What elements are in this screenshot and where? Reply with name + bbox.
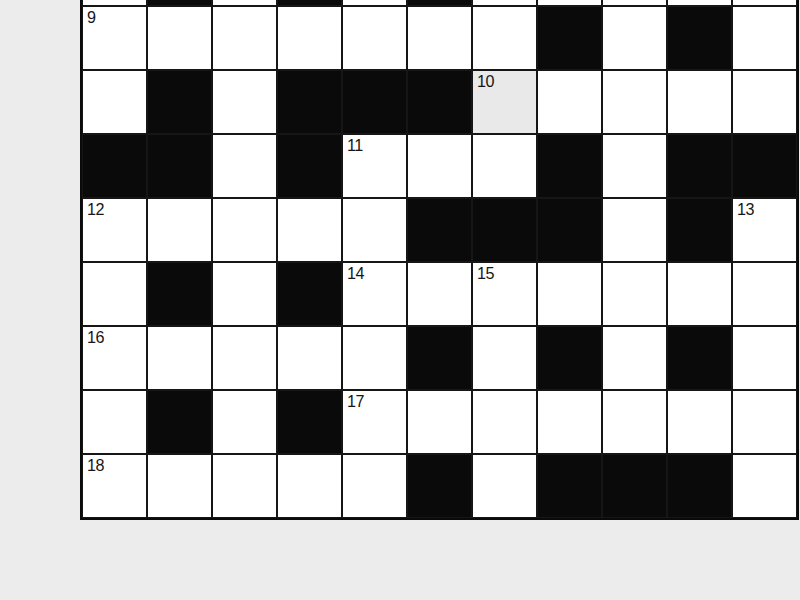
- cell-r6c3[interactable]: [277, 326, 342, 390]
- black-cell-r7c1: [147, 390, 212, 454]
- cell-r5c5[interactable]: [407, 262, 472, 326]
- cell-r8c2[interactable]: [212, 454, 277, 518]
- black-cell-r5c1: [147, 262, 212, 326]
- black-cell-r7c3: [277, 390, 342, 454]
- page-background: 9101112131415161718: [0, 0, 800, 600]
- black-cell-r8c7: [537, 454, 602, 518]
- cell-r3c5[interactable]: [407, 134, 472, 198]
- cell-r7c7[interactable]: [537, 390, 602, 454]
- black-cell-r2c1: [147, 70, 212, 134]
- clue-number-10: 10: [477, 72, 494, 92]
- cell-r1c0[interactable]: 9: [82, 6, 147, 70]
- black-cell-r6c7: [537, 326, 602, 390]
- cell-r4c0[interactable]: 12: [82, 198, 147, 262]
- cell-r1c3[interactable]: [277, 6, 342, 70]
- cell-r6c2[interactable]: [212, 326, 277, 390]
- cell-r8c0[interactable]: 18: [82, 454, 147, 518]
- black-cell-r4c9: [667, 198, 732, 262]
- clue-number-9: 9: [87, 8, 96, 28]
- cell-r4c2[interactable]: [212, 198, 277, 262]
- black-cell-r3c0: [82, 134, 147, 198]
- cell-r2c10[interactable]: [732, 70, 797, 134]
- black-cell-r2c5: [407, 70, 472, 134]
- cell-r4c8[interactable]: [602, 198, 667, 262]
- cell-r7c5[interactable]: [407, 390, 472, 454]
- cell-r6c6[interactable]: [472, 326, 537, 390]
- clue-number-13: 13: [737, 200, 754, 220]
- cell-r7c0[interactable]: [82, 390, 147, 454]
- cell-r8c4[interactable]: [342, 454, 407, 518]
- black-cell-r2c4: [342, 70, 407, 134]
- cell-r7c4[interactable]: 17: [342, 390, 407, 454]
- clue-number-12: 12: [87, 200, 104, 220]
- cell-r4c1[interactable]: [147, 198, 212, 262]
- selected-cell-r2c6[interactable]: 10: [472, 70, 537, 134]
- black-cell-r3c7: [537, 134, 602, 198]
- black-cell-r8c9: [667, 454, 732, 518]
- cell-r6c1[interactable]: [147, 326, 212, 390]
- clue-number-11: 11: [347, 136, 363, 156]
- cell-r3c8[interactable]: [602, 134, 667, 198]
- clue-number-17: 17: [347, 392, 364, 412]
- cell-r6c8[interactable]: [602, 326, 667, 390]
- black-cell-r3c10: [732, 134, 797, 198]
- cell-r2c9[interactable]: [667, 70, 732, 134]
- cell-r5c2[interactable]: [212, 262, 277, 326]
- black-cell-r6c9: [667, 326, 732, 390]
- cell-r2c7[interactable]: [537, 70, 602, 134]
- cell-r4c10[interactable]: 13: [732, 198, 797, 262]
- cell-r7c8[interactable]: [602, 390, 667, 454]
- black-cell-r1c9: [667, 6, 732, 70]
- cell-r2c2[interactable]: [212, 70, 277, 134]
- black-cell-r5c3: [277, 262, 342, 326]
- black-cell-r1c7: [537, 6, 602, 70]
- cell-r2c8[interactable]: [602, 70, 667, 134]
- cell-r7c2[interactable]: [212, 390, 277, 454]
- black-cell-r3c9: [667, 134, 732, 198]
- cell-r8c6[interactable]: [472, 454, 537, 518]
- cell-r5c8[interactable]: [602, 262, 667, 326]
- cell-r8c3[interactable]: [277, 454, 342, 518]
- cell-r1c2[interactable]: [212, 6, 277, 70]
- cell-r4c4[interactable]: [342, 198, 407, 262]
- cell-r5c0[interactable]: [82, 262, 147, 326]
- cell-r1c10[interactable]: [732, 6, 797, 70]
- cell-r5c9[interactable]: [667, 262, 732, 326]
- black-cell-r8c8: [602, 454, 667, 518]
- cell-r1c8[interactable]: [602, 6, 667, 70]
- clue-number-14: 14: [347, 264, 364, 284]
- black-cell-r3c1: [147, 134, 212, 198]
- cell-r1c5[interactable]: [407, 6, 472, 70]
- clue-number-18: 18: [87, 456, 104, 476]
- black-cell-r4c6: [472, 198, 537, 262]
- cell-r6c4[interactable]: [342, 326, 407, 390]
- cell-r2c0[interactable]: [82, 70, 147, 134]
- cell-r1c6[interactable]: [472, 6, 537, 70]
- cell-r7c10[interactable]: [732, 390, 797, 454]
- clue-number-16: 16: [87, 328, 104, 348]
- cell-r5c10[interactable]: [732, 262, 797, 326]
- cell-r8c10[interactable]: [732, 454, 797, 518]
- cell-r7c9[interactable]: [667, 390, 732, 454]
- cell-r3c2[interactable]: [212, 134, 277, 198]
- black-cell-r2c3: [277, 70, 342, 134]
- black-cell-r6c5: [407, 326, 472, 390]
- black-cell-r4c7: [537, 198, 602, 262]
- cell-r3c6[interactable]: [472, 134, 537, 198]
- black-cell-r3c3: [277, 134, 342, 198]
- crossword-grid: 9101112131415161718: [80, 0, 799, 520]
- cell-r6c10[interactable]: [732, 326, 797, 390]
- clue-number-15: 15: [477, 264, 494, 284]
- black-cell-r4c5: [407, 198, 472, 262]
- cell-r1c4[interactable]: [342, 6, 407, 70]
- cell-r4c3[interactable]: [277, 198, 342, 262]
- black-cell-r8c5: [407, 454, 472, 518]
- cell-r1c1[interactable]: [147, 6, 212, 70]
- cell-r8c1[interactable]: [147, 454, 212, 518]
- cell-r5c7[interactable]: [537, 262, 602, 326]
- cell-r3c4[interactable]: 11: [342, 134, 407, 198]
- cell-r6c0[interactable]: 16: [82, 326, 147, 390]
- cell-r5c6[interactable]: 15: [472, 262, 537, 326]
- cell-r5c4[interactable]: 14: [342, 262, 407, 326]
- cell-r7c6[interactable]: [472, 390, 537, 454]
